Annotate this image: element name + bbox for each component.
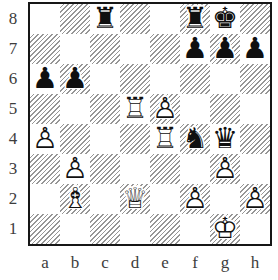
- square-e1[interactable]: [150, 214, 180, 244]
- square-f4[interactable]: [180, 124, 210, 154]
- square-h5[interactable]: [240, 94, 270, 124]
- file-label-b: b: [60, 249, 90, 277]
- square-g3[interactable]: [210, 154, 240, 184]
- square-e8[interactable]: [150, 4, 180, 34]
- file-labels: abcdefgh: [30, 249, 270, 277]
- square-c6[interactable]: [90, 64, 120, 94]
- square-e3[interactable]: [150, 154, 180, 184]
- white-king-g1[interactable]: [210, 214, 240, 244]
- square-d7[interactable]: [120, 34, 150, 64]
- square-b7[interactable]: [60, 34, 90, 64]
- square-a7[interactable]: [30, 34, 60, 64]
- white-pawn-e5[interactable]: [150, 94, 180, 124]
- square-b4[interactable]: [60, 124, 90, 154]
- white-pawn-b3[interactable]: [60, 154, 90, 184]
- square-g2[interactable]: [210, 184, 240, 214]
- file-label-h: h: [240, 249, 270, 277]
- square-h4[interactable]: [240, 124, 270, 154]
- square-b2[interactable]: [60, 184, 90, 214]
- square-h3[interactable]: [240, 154, 270, 184]
- square-g8[interactable]: [210, 4, 240, 34]
- square-d6[interactable]: [120, 64, 150, 94]
- square-c5[interactable]: [90, 94, 120, 124]
- square-b3[interactable]: [60, 154, 90, 184]
- white-rook-e4[interactable]: [150, 124, 180, 154]
- white-rook-d5[interactable]: [120, 94, 150, 124]
- rank-label-2: 2: [0, 184, 26, 214]
- rank-labels: 87654321: [0, 4, 26, 244]
- white-pawn-h2[interactable]: [240, 184, 270, 214]
- chess-board: [28, 2, 272, 246]
- square-c3[interactable]: [90, 154, 120, 184]
- square-h6[interactable]: [240, 64, 270, 94]
- file-label-a: a: [30, 249, 60, 277]
- square-b5[interactable]: [60, 94, 90, 124]
- square-c7[interactable]: [90, 34, 120, 64]
- black-queen-g4[interactable]: [210, 124, 240, 154]
- file-label-e: e: [150, 249, 180, 277]
- square-e4[interactable]: [150, 124, 180, 154]
- black-pawn-h7[interactable]: [240, 34, 270, 64]
- file-label-g: g: [210, 249, 240, 277]
- black-pawn-g7[interactable]: [210, 34, 240, 64]
- square-d8[interactable]: [120, 4, 150, 34]
- file-label-c: c: [90, 249, 120, 277]
- square-e7[interactable]: [150, 34, 180, 64]
- file-label-d: d: [120, 249, 150, 277]
- square-h2[interactable]: [240, 184, 270, 214]
- square-c2[interactable]: [90, 184, 120, 214]
- square-f2[interactable]: [180, 184, 210, 214]
- square-d2[interactable]: [120, 184, 150, 214]
- square-d1[interactable]: [120, 214, 150, 244]
- file-label-f: f: [180, 249, 210, 277]
- square-a2[interactable]: [30, 184, 60, 214]
- square-f8[interactable]: [180, 4, 210, 34]
- chess-diagram: 87654321 abcdefgh: [0, 0, 278, 280]
- rank-label-6: 6: [0, 64, 26, 94]
- square-c8[interactable]: [90, 4, 120, 34]
- square-a5[interactable]: [30, 94, 60, 124]
- square-a8[interactable]: [30, 4, 60, 34]
- square-a4[interactable]: [30, 124, 60, 154]
- rank-label-4: 4: [0, 124, 26, 154]
- square-c1[interactable]: [90, 214, 120, 244]
- square-f5[interactable]: [180, 94, 210, 124]
- white-pawn-f2[interactable]: [180, 184, 210, 214]
- square-c4[interactable]: [90, 124, 120, 154]
- square-f6[interactable]: [180, 64, 210, 94]
- square-f7[interactable]: [180, 34, 210, 64]
- rank-label-1: 1: [0, 214, 26, 244]
- square-g1[interactable]: [210, 214, 240, 244]
- black-king-g8[interactable]: [210, 4, 240, 34]
- square-g4[interactable]: [210, 124, 240, 154]
- square-b6[interactable]: [60, 64, 90, 94]
- rank-label-8: 8: [0, 4, 26, 34]
- square-g5[interactable]: [210, 94, 240, 124]
- square-e5[interactable]: [150, 94, 180, 124]
- square-a3[interactable]: [30, 154, 60, 184]
- square-h7[interactable]: [240, 34, 270, 64]
- black-rook-c8[interactable]: [90, 4, 120, 34]
- black-pawn-f7[interactable]: [180, 34, 210, 64]
- square-d3[interactable]: [120, 154, 150, 184]
- white-queen-d2[interactable]: [120, 184, 150, 214]
- square-e2[interactable]: [150, 184, 180, 214]
- white-pawn-a4[interactable]: [30, 124, 60, 154]
- square-g6[interactable]: [210, 64, 240, 94]
- white-bishop-b2[interactable]: [60, 184, 90, 214]
- square-a1[interactable]: [30, 214, 60, 244]
- rank-label-5: 5: [0, 94, 26, 124]
- square-b8[interactable]: [60, 4, 90, 34]
- square-f1[interactable]: [180, 214, 210, 244]
- square-d4[interactable]: [120, 124, 150, 154]
- square-a6[interactable]: [30, 64, 60, 94]
- square-b1[interactable]: [60, 214, 90, 244]
- black-knight-f4[interactable]: [180, 124, 210, 154]
- square-d5[interactable]: [120, 94, 150, 124]
- square-e6[interactable]: [150, 64, 180, 94]
- white-pawn-g3[interactable]: [210, 154, 240, 184]
- square-g7[interactable]: [210, 34, 240, 64]
- black-pawn-b6[interactable]: [60, 64, 90, 94]
- square-h1[interactable]: [240, 214, 270, 244]
- black-pawn-a6[interactable]: [30, 64, 60, 94]
- rank-label-3: 3: [0, 154, 26, 184]
- black-rook-f8[interactable]: [180, 4, 210, 34]
- square-h8[interactable]: [240, 4, 270, 34]
- square-f3[interactable]: [180, 154, 210, 184]
- rank-label-7: 7: [0, 34, 26, 64]
